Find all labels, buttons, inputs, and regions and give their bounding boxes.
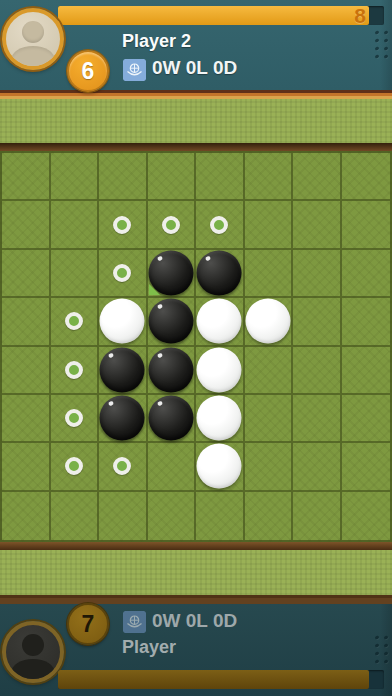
un-flag-icon: [123, 611, 146, 633]
cell-b1[interactable]: [51, 153, 100, 201]
cell-e1[interactable]: [196, 153, 245, 201]
cell-b6[interactable]: [51, 395, 100, 443]
cell-h3[interactable]: [342, 250, 391, 298]
top-score-badge: 6: [67, 50, 109, 92]
cell-f1[interactable]: [245, 153, 294, 201]
cell-d5: [148, 347, 197, 395]
legal-move-hint: [113, 264, 131, 282]
cell-a5[interactable]: [2, 347, 51, 395]
cell-a2[interactable]: [2, 201, 51, 249]
black-disc: [197, 250, 242, 295]
top-timer-bar: 8: [58, 6, 369, 25]
cell-g7[interactable]: [293, 443, 342, 491]
cell-a7[interactable]: [2, 443, 51, 491]
legal-move-hint: [113, 216, 131, 234]
bottom-score-badge: 7: [67, 603, 109, 645]
cell-f4: [245, 298, 294, 346]
cell-f3[interactable]: [245, 250, 294, 298]
top-player-name: Player 2: [122, 31, 191, 52]
legal-move-hint: [162, 216, 180, 234]
panel-rivet-dots: [375, 31, 388, 58]
white-disc: [197, 396, 242, 441]
cell-f7[interactable]: [245, 443, 294, 491]
cell-b7[interactable]: [51, 443, 100, 491]
legal-move-hint: [65, 409, 83, 427]
top-avatar[interactable]: [2, 8, 64, 70]
cell-a4[interactable]: [2, 298, 51, 346]
white-disc: [245, 299, 290, 344]
black-disc: [100, 347, 145, 392]
cell-e5: [196, 347, 245, 395]
cell-e8[interactable]: [196, 492, 245, 540]
black-disc: [148, 299, 193, 344]
white-disc: [100, 299, 145, 344]
cell-c1[interactable]: [99, 153, 148, 201]
cell-d3: [148, 250, 197, 298]
table-felt-top: [0, 99, 392, 143]
cell-h7[interactable]: [342, 443, 391, 491]
white-disc: [197, 299, 242, 344]
cell-d1[interactable]: [148, 153, 197, 201]
legal-move-hint: [65, 457, 83, 475]
un-flag-icon: [123, 59, 146, 81]
cell-c4: [99, 298, 148, 346]
cell-h4[interactable]: [342, 298, 391, 346]
cell-a3[interactable]: [2, 250, 51, 298]
cell-g6[interactable]: [293, 395, 342, 443]
panel-rivet-dots: [375, 636, 388, 663]
cell-a8[interactable]: [2, 492, 51, 540]
top-timer-track: 8: [58, 6, 384, 25]
table-felt-bottom: [0, 550, 392, 595]
bottom-player-name: Player: [122, 637, 176, 658]
cell-g3[interactable]: [293, 250, 342, 298]
legal-move-hint: [113, 457, 131, 475]
cell-g4[interactable]: [293, 298, 342, 346]
cell-c8[interactable]: [99, 492, 148, 540]
cell-a1[interactable]: [2, 153, 51, 201]
cell-c3[interactable]: [99, 250, 148, 298]
cell-h1[interactable]: [342, 153, 391, 201]
cell-e3: [196, 250, 245, 298]
cell-f5[interactable]: [245, 347, 294, 395]
cell-f2[interactable]: [245, 201, 294, 249]
cell-e6: [196, 395, 245, 443]
cell-c2[interactable]: [99, 201, 148, 249]
black-disc: [100, 396, 145, 441]
cell-h5[interactable]: [342, 347, 391, 395]
cell-c7[interactable]: [99, 443, 148, 491]
cell-d8[interactable]: [148, 492, 197, 540]
cell-d2[interactable]: [148, 201, 197, 249]
bottom-timer-track: [58, 670, 384, 689]
cell-b2[interactable]: [51, 201, 100, 249]
cell-g5[interactable]: [293, 347, 342, 395]
cell-e4: [196, 298, 245, 346]
cell-e7: [196, 443, 245, 491]
legal-move-hint: [65, 361, 83, 379]
cell-e2[interactable]: [196, 201, 245, 249]
cell-f8[interactable]: [245, 492, 294, 540]
top-record: 0W 0L 0D: [152, 57, 237, 79]
bottom-avatar[interactable]: [2, 621, 64, 683]
cell-b3[interactable]: [51, 250, 100, 298]
cell-g1[interactable]: [293, 153, 342, 201]
cell-c6: [99, 395, 148, 443]
legal-move-hint: [210, 216, 228, 234]
top-score-value: 6: [82, 58, 95, 85]
white-disc: [197, 444, 242, 489]
black-disc: [148, 396, 193, 441]
cell-h2[interactable]: [342, 201, 391, 249]
bottom-timer-bar: [58, 670, 369, 689]
top-timer-value: 8: [354, 4, 366, 28]
cell-g8[interactable]: [293, 492, 342, 540]
cell-c5: [99, 347, 148, 395]
cell-d7[interactable]: [148, 443, 197, 491]
cell-b5[interactable]: [51, 347, 100, 395]
game-screen: 8 6 Player 2 0W 0L 0D 7 0W 0L 0D Player: [0, 0, 392, 696]
board-frame-top: [0, 143, 392, 151]
cell-d4: [148, 298, 197, 346]
board-frame-bottom: [0, 542, 392, 550]
cell-b4[interactable]: [51, 298, 100, 346]
bottom-score-value: 7: [82, 611, 95, 638]
cell-h8[interactable]: [342, 492, 391, 540]
legal-move-hint: [65, 312, 83, 330]
black-disc: [148, 347, 193, 392]
board: [0, 151, 392, 542]
cell-b8[interactable]: [51, 492, 100, 540]
last-move-marker: [149, 284, 160, 295]
cell-f6[interactable]: [245, 395, 294, 443]
cell-d6: [148, 395, 197, 443]
bottom-record: 0W 0L 0D: [152, 610, 237, 632]
white-disc: [197, 347, 242, 392]
cell-g2[interactable]: [293, 201, 342, 249]
cell-a6[interactable]: [2, 395, 51, 443]
cell-h6[interactable]: [342, 395, 391, 443]
